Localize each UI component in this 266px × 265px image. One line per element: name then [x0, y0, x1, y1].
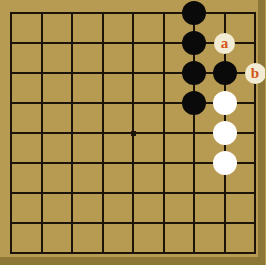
intersection-J2 [240, 208, 265, 238]
go-board: ab [0, 0, 265, 265]
intersection-E2 [118, 208, 149, 238]
intersection-E6 [118, 88, 149, 118]
intersection-F6 [148, 88, 179, 118]
intersection-J3 [240, 178, 265, 208]
intersection-J5 [240, 118, 265, 148]
intersection-E5 [118, 118, 149, 148]
intersection-B7 [26, 58, 57, 88]
intersection-C7 [57, 58, 88, 88]
intersection-F5 [148, 118, 179, 148]
intersection-H5 [209, 118, 240, 148]
intersection-C6 [57, 88, 88, 118]
intersection-E3 [118, 178, 149, 208]
intersection-H8: a [209, 28, 240, 58]
intersection-A8 [0, 28, 26, 58]
intersection-D2 [87, 208, 118, 238]
intersection-A2 [0, 208, 26, 238]
intersection-F8 [148, 28, 179, 58]
intersection-H7 [209, 58, 240, 88]
intersection-E4 [118, 148, 149, 178]
intersection-J6 [240, 88, 265, 118]
intersection-C3 [57, 178, 88, 208]
intersection-D1 [87, 238, 118, 265]
intersection-H3 [209, 178, 240, 208]
intersection-E1 [118, 238, 149, 265]
intersection-C4 [57, 148, 88, 178]
intersection-J1 [240, 238, 265, 265]
intersection-D4 [87, 148, 118, 178]
intersection-B2 [26, 208, 57, 238]
intersection-G8 [179, 28, 210, 58]
intersection-B9 [26, 0, 57, 28]
intersection-C1 [57, 238, 88, 265]
label-b: b [245, 63, 266, 84]
intersection-F9 [148, 0, 179, 28]
intersection-C8 [57, 28, 88, 58]
intersection-G3 [179, 178, 210, 208]
intersection-F7 [148, 58, 179, 88]
black-stone-G8 [182, 31, 206, 55]
intersection-D8 [87, 28, 118, 58]
board-grid: ab [0, 0, 265, 265]
intersection-B5 [26, 118, 57, 148]
star-point [131, 131, 136, 136]
intersection-G7 [179, 58, 210, 88]
intersection-F3 [148, 178, 179, 208]
intersection-A3 [0, 178, 26, 208]
intersection-D3 [87, 178, 118, 208]
intersection-J8 [240, 28, 265, 58]
intersection-G9 [179, 0, 210, 28]
intersection-H4 [209, 148, 240, 178]
intersection-F2 [148, 208, 179, 238]
intersection-E9 [118, 0, 149, 28]
intersection-F1 [148, 238, 179, 265]
intersection-B6 [26, 88, 57, 118]
intersection-E7 [118, 58, 149, 88]
black-stone-G7 [182, 61, 206, 85]
intersection-J9 [240, 0, 265, 28]
intersection-F4 [148, 148, 179, 178]
intersection-A9 [0, 0, 26, 28]
intersection-A6 [0, 88, 26, 118]
intersection-D6 [87, 88, 118, 118]
intersection-E8 [118, 28, 149, 58]
intersection-B8 [26, 28, 57, 58]
intersection-A4 [0, 148, 26, 178]
intersection-G1 [179, 238, 210, 265]
intersection-G2 [179, 208, 210, 238]
label-a: a [214, 33, 235, 54]
intersection-C5 [57, 118, 88, 148]
white-stone-H6 [213, 91, 237, 115]
intersection-B1 [26, 238, 57, 265]
intersection-G4 [179, 148, 210, 178]
intersection-D7 [87, 58, 118, 88]
intersection-D5 [87, 118, 118, 148]
white-stone-H5 [213, 121, 237, 145]
intersection-H2 [209, 208, 240, 238]
intersection-G5 [179, 118, 210, 148]
intersection-A7 [0, 58, 26, 88]
white-stone-H4 [213, 151, 237, 175]
intersection-B3 [26, 178, 57, 208]
intersection-D9 [87, 0, 118, 28]
intersection-A1 [0, 238, 26, 265]
intersection-B4 [26, 148, 57, 178]
intersection-C9 [57, 0, 88, 28]
intersection-A5 [0, 118, 26, 148]
black-stone-G6 [182, 91, 206, 115]
intersection-H1 [209, 238, 240, 265]
intersection-C2 [57, 208, 88, 238]
intersection-J7: b [240, 58, 265, 88]
black-stone-H7 [213, 61, 237, 85]
intersection-J4 [240, 148, 265, 178]
intersection-H9 [209, 0, 240, 28]
intersection-H6 [209, 88, 240, 118]
intersection-G6 [179, 88, 210, 118]
black-stone-G9 [182, 1, 206, 25]
